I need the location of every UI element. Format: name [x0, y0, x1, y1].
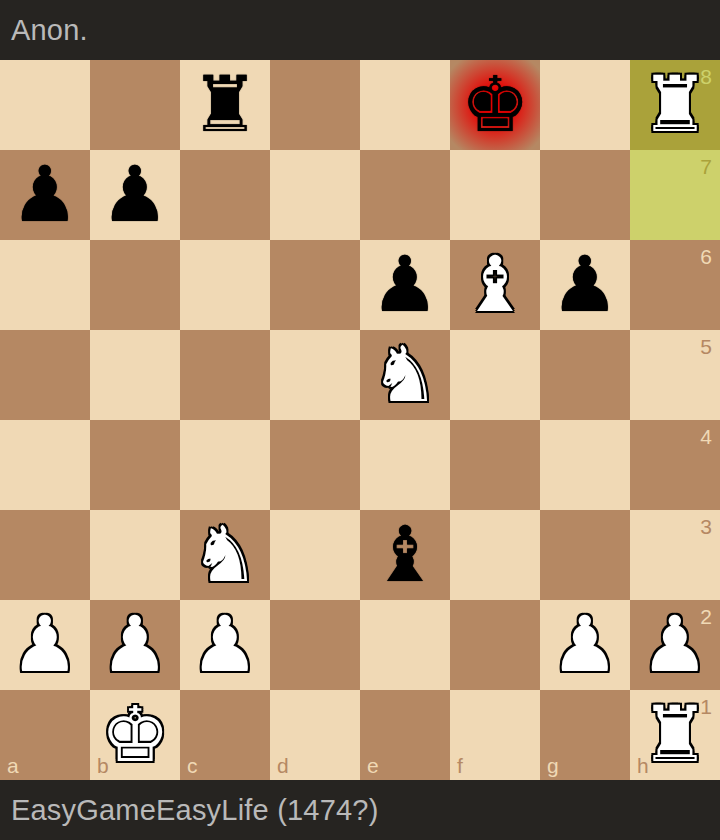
- square-d6[interactable]: [270, 240, 360, 330]
- square-b4[interactable]: [90, 420, 180, 510]
- square-f3[interactable]: [450, 510, 540, 600]
- white-pawn-c2[interactable]: ♟: [180, 600, 270, 690]
- rank-label-5: 5: [700, 336, 712, 357]
- black-king-f8[interactable]: ♚: [450, 60, 540, 150]
- rank-label-6: 6: [700, 246, 712, 267]
- top-player-bar: Anon.: [0, 0, 720, 60]
- file-label-c: c: [187, 755, 198, 776]
- bottom-player-bar: EasyGameEasyLife (1474?): [0, 780, 720, 840]
- square-e5[interactable]: ♞: [360, 330, 450, 420]
- file-label-f: f: [457, 755, 463, 776]
- square-h8[interactable]: 8♜: [630, 60, 720, 150]
- square-a6[interactable]: [0, 240, 90, 330]
- black-pawn-e6[interactable]: ♟: [360, 240, 450, 330]
- bottom-player-name: EasyGameEasyLife (1474?): [11, 794, 378, 827]
- square-c7[interactable]: [180, 150, 270, 240]
- square-c4[interactable]: [180, 420, 270, 510]
- white-rook-h1[interactable]: ♜: [630, 690, 720, 780]
- square-c3[interactable]: ♞: [180, 510, 270, 600]
- file-label-d: d: [277, 755, 289, 776]
- square-b3[interactable]: [90, 510, 180, 600]
- square-c8[interactable]: ♜: [180, 60, 270, 150]
- file-label-e: e: [367, 755, 379, 776]
- white-pawn-b2[interactable]: ♟: [90, 600, 180, 690]
- square-f4[interactable]: [450, 420, 540, 510]
- square-g2[interactable]: ♟: [540, 600, 630, 690]
- square-f5[interactable]: [450, 330, 540, 420]
- black-pawn-b7[interactable]: ♟: [90, 150, 180, 240]
- square-b8[interactable]: [90, 60, 180, 150]
- square-d5[interactable]: [270, 330, 360, 420]
- square-c6[interactable]: [180, 240, 270, 330]
- square-c1[interactable]: c: [180, 690, 270, 780]
- square-b5[interactable]: [90, 330, 180, 420]
- square-d3[interactable]: [270, 510, 360, 600]
- square-a3[interactable]: [0, 510, 90, 600]
- white-pawn-g2[interactable]: ♟: [540, 600, 630, 690]
- square-f2[interactable]: [450, 600, 540, 690]
- square-c5[interactable]: [180, 330, 270, 420]
- square-c2[interactable]: ♟: [180, 600, 270, 690]
- square-f6[interactable]: ♝: [450, 240, 540, 330]
- square-d4[interactable]: [270, 420, 360, 510]
- white-king-b1[interactable]: ♚: [90, 690, 180, 780]
- square-h5[interactable]: 5: [630, 330, 720, 420]
- square-e6[interactable]: ♟: [360, 240, 450, 330]
- square-e2[interactable]: [360, 600, 450, 690]
- square-e3[interactable]: ♝: [360, 510, 450, 600]
- square-a8[interactable]: [0, 60, 90, 150]
- square-d2[interactable]: [270, 600, 360, 690]
- square-g6[interactable]: ♟: [540, 240, 630, 330]
- rank-label-3: 3: [700, 516, 712, 537]
- white-bishop-f6[interactable]: ♝: [450, 240, 540, 330]
- square-g1[interactable]: g: [540, 690, 630, 780]
- square-a4[interactable]: [0, 420, 90, 510]
- square-a7[interactable]: ♟: [0, 150, 90, 240]
- white-pawn-h2[interactable]: ♟: [630, 600, 720, 690]
- square-g4[interactable]: [540, 420, 630, 510]
- square-e1[interactable]: e: [360, 690, 450, 780]
- square-b6[interactable]: [90, 240, 180, 330]
- top-player-name: Anon.: [11, 14, 88, 47]
- black-bishop-e3[interactable]: ♝: [360, 510, 450, 600]
- square-g8[interactable]: [540, 60, 630, 150]
- square-b7[interactable]: ♟: [90, 150, 180, 240]
- square-d7[interactable]: [270, 150, 360, 240]
- square-b1[interactable]: b♚: [90, 690, 180, 780]
- square-d8[interactable]: [270, 60, 360, 150]
- square-g5[interactable]: [540, 330, 630, 420]
- square-h2[interactable]: 2♟: [630, 600, 720, 690]
- rank-label-4: 4: [700, 426, 712, 447]
- square-e8[interactable]: [360, 60, 450, 150]
- square-f7[interactable]: [450, 150, 540, 240]
- white-pawn-a2[interactable]: ♟: [0, 600, 90, 690]
- white-knight-e5[interactable]: ♞: [360, 330, 450, 420]
- white-knight-c3[interactable]: ♞: [180, 510, 270, 600]
- white-rook-h8[interactable]: ♜: [630, 60, 720, 150]
- square-e4[interactable]: [360, 420, 450, 510]
- black-pawn-g6[interactable]: ♟: [540, 240, 630, 330]
- file-label-a: a: [7, 755, 19, 776]
- square-g7[interactable]: [540, 150, 630, 240]
- square-h3[interactable]: 3: [630, 510, 720, 600]
- square-h6[interactable]: 6: [630, 240, 720, 330]
- square-a1[interactable]: a: [0, 690, 90, 780]
- square-a5[interactable]: [0, 330, 90, 420]
- square-a2[interactable]: ♟: [0, 600, 90, 690]
- square-h1[interactable]: h1♜: [630, 690, 720, 780]
- black-pawn-a7[interactable]: ♟: [0, 150, 90, 240]
- square-h7[interactable]: 7: [630, 150, 720, 240]
- square-e7[interactable]: [360, 150, 450, 240]
- chess-board[interactable]: ♜♚8♜♟♟7♟♝♟6♞54♞♝3♟♟♟♟2♟ab♚cdefgh1♜: [0, 60, 720, 780]
- square-g3[interactable]: [540, 510, 630, 600]
- file-label-g: g: [547, 755, 559, 776]
- rank-label-7: 7: [700, 156, 712, 177]
- black-rook-c8[interactable]: ♜: [180, 60, 270, 150]
- square-h4[interactable]: 4: [630, 420, 720, 510]
- square-f8[interactable]: ♚: [450, 60, 540, 150]
- square-b2[interactable]: ♟: [90, 600, 180, 690]
- square-d1[interactable]: d: [270, 690, 360, 780]
- square-f1[interactable]: f: [450, 690, 540, 780]
